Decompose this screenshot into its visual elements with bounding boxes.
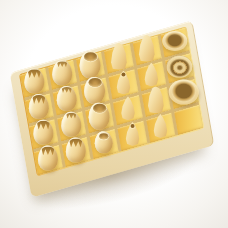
piping-nozzle-round-open [80, 51, 101, 78]
nozzle-hole-detail [88, 78, 101, 87]
piping-nozzle-cone-point [152, 114, 168, 138]
piping-nozzle-closed-star [61, 112, 81, 137]
nozzle-dot-detail [130, 124, 134, 128]
piping-nozzle-writing-hole [115, 70, 131, 94]
tray-cell-r2c2 [53, 85, 82, 115]
tray-cell-r2c1 [25, 94, 54, 124]
piping-nozzle-writing-hole [124, 122, 140, 146]
nozzle-crown-detail [27, 69, 41, 78]
nozzle-crown-detail [36, 121, 50, 130]
tray-cell-r3c2 [57, 111, 86, 141]
tray-cell-r4c4 [118, 121, 147, 151]
piping-nozzle-star-crown [24, 68, 44, 93]
nozzle-crown-detail [32, 95, 46, 104]
tray-cell-r1c5 [132, 36, 161, 66]
tray-cell-r4c5 [146, 113, 175, 143]
tray-cell-r4c3 [90, 129, 119, 159]
piping-nozzle-star-crown [33, 120, 53, 145]
tray-cell-r4c1 [34, 145, 63, 175]
piping-nozzle-closed-star [52, 60, 72, 85]
tray-cell-r1c2 [48, 60, 77, 90]
piping-nozzle-petal-slant [110, 43, 127, 70]
nozzle-hole-detail [84, 52, 97, 61]
nozzle-dot-detail [121, 72, 125, 76]
tray-cell-r4c6 [174, 105, 203, 135]
piping-nozzle-ring-cup-large [169, 80, 199, 105]
piping-nozzle-closed-star [57, 86, 77, 111]
piping-nozzle-spiral-coil [166, 56, 192, 78]
tray-cell-r2c5 [137, 61, 166, 91]
nozzle-hole-detail [93, 103, 106, 112]
piping-nozzle-round-open-small [95, 131, 113, 153]
piping-nozzle-star-crown [66, 137, 86, 162]
tray-cell-r3c6 [169, 79, 198, 109]
tray-cell-r2c4 [109, 69, 138, 99]
compartment-grid [20, 28, 203, 175]
nozzle-hole-detail [100, 133, 109, 139]
tray-cell-r3c5 [141, 87, 170, 117]
piping-nozzle-star-crown [38, 145, 58, 170]
piping-nozzle-ring-cup [162, 31, 187, 51]
piping-nozzle-round-open [89, 102, 110, 129]
nozzle-crown-detail [57, 61, 68, 67]
nozzle-crown-detail [41, 146, 55, 155]
tray-cell-r2c6 [165, 53, 194, 83]
piping-nozzle-cone-point [143, 62, 159, 86]
tray-cell-r3c3 [85, 103, 114, 133]
piping-nozzle-round-open [84, 77, 105, 104]
tray-cell-r4c2 [62, 137, 91, 167]
piping-nozzle-cone-point [120, 96, 136, 120]
nozzle-crown-detail [61, 87, 72, 93]
tray-cell-r3c1 [29, 119, 58, 149]
piping-nozzle-petal-slant [138, 35, 155, 62]
product-photo [0, 0, 228, 228]
nozzle-crown-detail [69, 138, 83, 147]
tray-cell-r3c4 [113, 95, 142, 125]
tray-cell-r1c1 [20, 68, 49, 98]
nozzle-crown-detail [66, 113, 77, 119]
piping-nozzle-star-crown [29, 94, 49, 119]
tray-interior [19, 26, 204, 176]
tray-cell-r1c6 [160, 28, 189, 58]
piping-nozzle-petal-slant [147, 86, 164, 113]
tray-cell-r1c4 [104, 44, 133, 74]
